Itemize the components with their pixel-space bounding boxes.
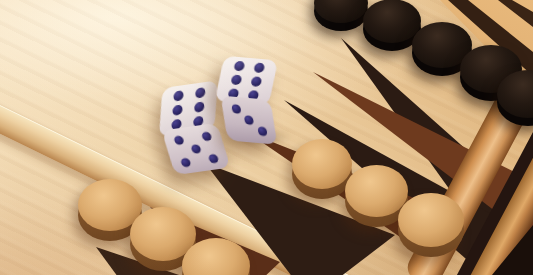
die-pip — [201, 131, 213, 141]
die-pip — [231, 104, 241, 114]
die-pip — [230, 74, 242, 85]
die-pip — [244, 115, 254, 125]
die-pip — [194, 101, 205, 113]
die-pip — [233, 61, 245, 72]
die-pip — [195, 87, 206, 99]
checker-top — [292, 139, 352, 189]
die-pip — [190, 144, 202, 154]
light-checker-6[interactable] — [398, 193, 464, 257]
backgammon-board-photo — [0, 0, 533, 275]
black-checker-1[interactable] — [314, 0, 368, 31]
die-right[interactable] — [213, 55, 283, 160]
die-pip — [253, 63, 265, 74]
black-checker-5[interactable] — [497, 70, 533, 126]
light-checker-4[interactable] — [292, 139, 352, 199]
die-pip — [173, 104, 184, 116]
die-pip — [173, 135, 185, 145]
die-pip — [180, 157, 192, 167]
checker-top — [182, 238, 250, 275]
die-pip — [251, 76, 263, 87]
die-pip — [174, 90, 185, 102]
light-checker-3[interactable] — [182, 238, 250, 275]
die-pip — [257, 126, 267, 136]
die-right-front-face — [220, 96, 277, 145]
checker-top — [398, 193, 464, 247]
